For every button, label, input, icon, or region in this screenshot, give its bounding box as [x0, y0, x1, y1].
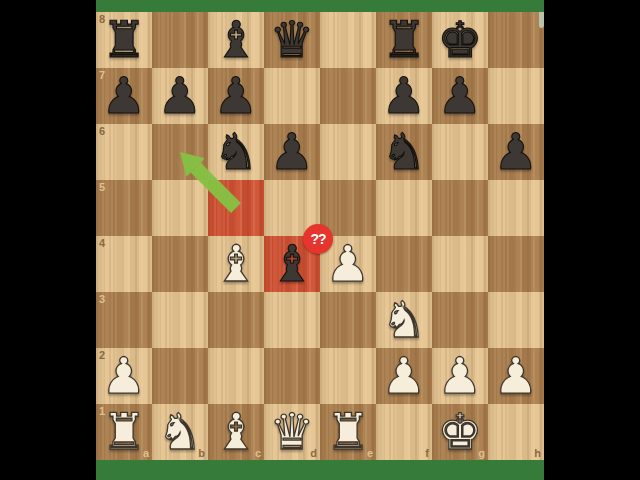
piece-white-king[interactable]: ♚	[432, 404, 488, 460]
square-h6[interactable]: ♟	[488, 124, 544, 180]
square-d7[interactable]	[264, 68, 320, 124]
square-a3[interactable]: 3	[96, 292, 152, 348]
square-a2[interactable]: ♟2	[96, 348, 152, 404]
square-c8[interactable]: ♝	[208, 12, 264, 68]
square-h2[interactable]: ♟	[488, 348, 544, 404]
square-e7[interactable]	[320, 68, 376, 124]
rank-label: 3	[99, 293, 105, 305]
square-b1[interactable]: ♞b	[152, 404, 208, 460]
square-a1[interactable]: ♜1a	[96, 404, 152, 460]
square-d8[interactable]: ♛	[264, 12, 320, 68]
square-f2[interactable]: ♟	[376, 348, 432, 404]
piece-black-rook[interactable]: ♜	[96, 12, 152, 68]
left-letterbox	[0, 0, 96, 480]
square-c5[interactable]	[208, 180, 264, 236]
piece-black-pawn[interactable]: ♟	[488, 124, 544, 180]
square-a8[interactable]: ♜8	[96, 12, 152, 68]
piece-black-rook[interactable]: ♜	[376, 12, 432, 68]
piece-white-knight[interactable]: ♞	[376, 292, 432, 348]
scroll-indicator	[539, 12, 544, 28]
piece-black-knight[interactable]: ♞	[208, 124, 264, 180]
file-label: f	[425, 447, 429, 459]
square-h5[interactable]	[488, 180, 544, 236]
square-g7[interactable]: ♟	[432, 68, 488, 124]
piece-white-pawn[interactable]: ♟	[432, 348, 488, 404]
square-c2[interactable]	[208, 348, 264, 404]
piece-black-king[interactable]: ♚	[432, 12, 488, 68]
square-g6[interactable]	[432, 124, 488, 180]
square-f8[interactable]: ♜	[376, 12, 432, 68]
piece-white-bishop[interactable]: ♝	[208, 236, 264, 292]
square-c7[interactable]: ♟	[208, 68, 264, 124]
square-a6[interactable]: 6	[96, 124, 152, 180]
square-b7[interactable]: ♟	[152, 68, 208, 124]
piece-black-pawn[interactable]: ♟	[152, 68, 208, 124]
square-h4[interactable]	[488, 236, 544, 292]
square-f7[interactable]: ♟	[376, 68, 432, 124]
file-label: h	[534, 447, 541, 459]
piece-black-pawn[interactable]: ♟	[432, 68, 488, 124]
square-d1[interactable]: ♛d	[264, 404, 320, 460]
bottom-background-strip	[96, 460, 544, 480]
square-f5[interactable]	[376, 180, 432, 236]
right-letterbox	[544, 0, 640, 480]
square-h3[interactable]	[488, 292, 544, 348]
square-b8[interactable]	[152, 12, 208, 68]
piece-black-pawn[interactable]: ♟	[96, 68, 152, 124]
square-f3[interactable]: ♞	[376, 292, 432, 348]
square-f6[interactable]: ♞	[376, 124, 432, 180]
square-g5[interactable]	[432, 180, 488, 236]
piece-white-pawn[interactable]: ♟	[488, 348, 544, 404]
square-b2[interactable]	[152, 348, 208, 404]
piece-white-rook[interactable]: ♜	[96, 404, 152, 460]
rank-label: 4	[99, 237, 105, 249]
square-b4[interactable]	[152, 236, 208, 292]
board-column: ?? ♜8♝♛♜♚♟7♟♟♟♟6♞♟♞♟54♝♝♟3♞♟2♟♟♟♜1a♞b♝c♛…	[96, 0, 544, 480]
app-frame: ?? ♜8♝♛♜♚♟7♟♟♟♟6♞♟♞♟54♝♝♟3♞♟2♟♟♟♜1a♞b♝c♛…	[0, 0, 640, 480]
piece-black-knight[interactable]: ♞	[376, 124, 432, 180]
square-e8[interactable]	[320, 12, 376, 68]
piece-black-pawn[interactable]: ♟	[376, 68, 432, 124]
square-a5[interactable]: 5	[96, 180, 152, 236]
piece-white-pawn[interactable]: ♟	[96, 348, 152, 404]
square-g2[interactable]: ♟	[432, 348, 488, 404]
square-e1[interactable]: ♜e	[320, 404, 376, 460]
square-h7[interactable]	[488, 68, 544, 124]
square-c6[interactable]: ♞	[208, 124, 264, 180]
piece-white-pawn[interactable]: ♟	[376, 348, 432, 404]
square-g3[interactable]	[432, 292, 488, 348]
square-e3[interactable]	[320, 292, 376, 348]
square-f1[interactable]: f	[376, 404, 432, 460]
piece-white-knight[interactable]: ♞	[152, 404, 208, 460]
piece-black-pawn[interactable]: ♟	[264, 124, 320, 180]
piece-black-queen[interactable]: ♛	[264, 12, 320, 68]
square-e6[interactable]	[320, 124, 376, 180]
square-f4[interactable]	[376, 236, 432, 292]
rank-label: 5	[99, 181, 105, 193]
square-c1[interactable]: ♝c	[208, 404, 264, 460]
piece-black-pawn[interactable]: ♟	[208, 68, 264, 124]
square-b3[interactable]	[152, 292, 208, 348]
blunder-badge: ??	[303, 224, 333, 254]
square-g8[interactable]: ♚	[432, 12, 488, 68]
square-d3[interactable]	[264, 292, 320, 348]
square-h1[interactable]: h	[488, 404, 544, 460]
rank-label: 6	[99, 125, 105, 137]
square-b6[interactable]	[152, 124, 208, 180]
chess-board[interactable]: ?? ♜8♝♛♜♚♟7♟♟♟♟6♞♟♞♟54♝♝♟3♞♟2♟♟♟♜1a♞b♝c♛…	[96, 12, 544, 460]
square-e2[interactable]	[320, 348, 376, 404]
piece-black-bishop[interactable]: ♝	[208, 12, 264, 68]
piece-white-bishop[interactable]: ♝	[208, 404, 264, 460]
square-d6[interactable]: ♟	[264, 124, 320, 180]
square-g1[interactable]: ♚g	[432, 404, 488, 460]
piece-white-rook[interactable]: ♜	[320, 404, 376, 460]
square-b5[interactable]	[152, 180, 208, 236]
square-h8[interactable]	[488, 12, 544, 68]
square-g4[interactable]	[432, 236, 488, 292]
square-c4[interactable]: ♝	[208, 236, 264, 292]
piece-white-queen[interactable]: ♛	[264, 404, 320, 460]
square-c3[interactable]	[208, 292, 264, 348]
square-a7[interactable]: ♟7	[96, 68, 152, 124]
square-a4[interactable]: 4	[96, 236, 152, 292]
square-d2[interactable]	[264, 348, 320, 404]
